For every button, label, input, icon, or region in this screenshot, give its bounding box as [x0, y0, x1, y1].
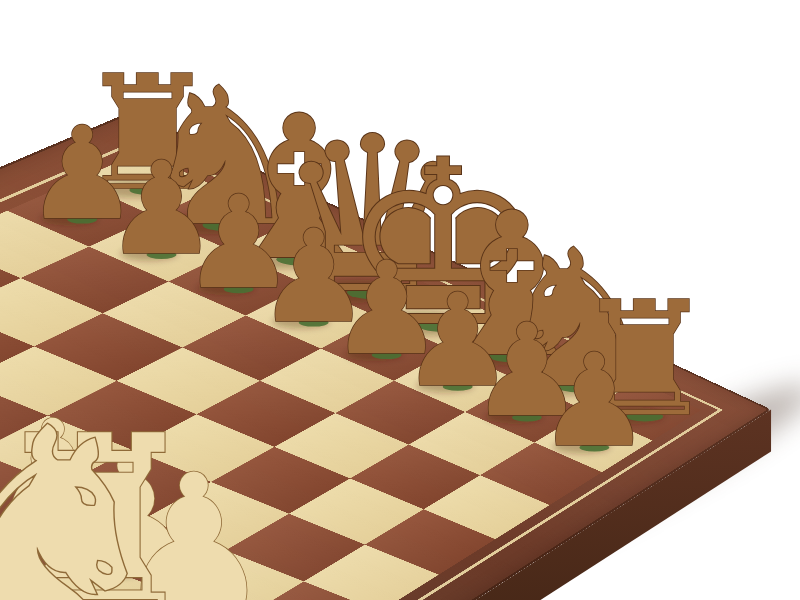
svg-text:♞: ♞ — [0, 363, 177, 600]
piece-white-knight-b1: ♞ — [0, 363, 177, 600]
chess-set-product-photo: ♜♟♞♟♝♟♛♟♚♟♝♞♟♜♟♟♟♟♟♜♞ — [0, 0, 800, 600]
piece-black-pawn-h7: ♟ — [537, 326, 652, 475]
svg-text:♟: ♟ — [537, 326, 652, 475]
pieces-overlay: ♜♟♞♟♝♟♛♟♚♟♝♞♟♜♟♟♟♟♟♜♞ — [0, 0, 800, 600]
